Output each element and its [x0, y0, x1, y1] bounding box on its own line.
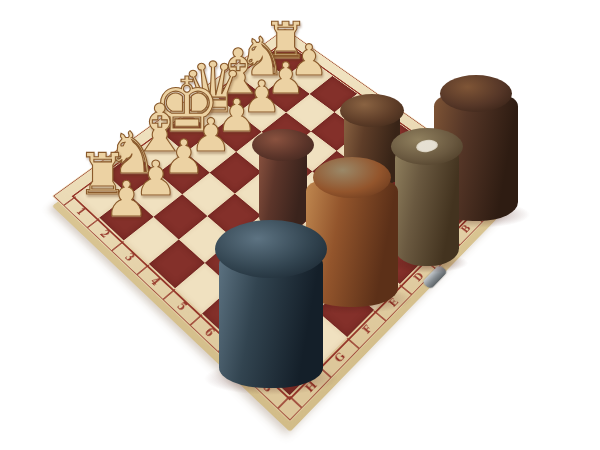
- weight-body: [395, 148, 459, 266]
- chess-vs-weights-photo: 12345678 ABCDEFGH ♜♟♞♟♝♟♛♟♚♟♝♟♞♟♜♟: [0, 0, 600, 450]
- piece-white-pawn-h2[interactable]: ♟: [105, 175, 149, 224]
- weight-cap: [215, 220, 327, 278]
- blue-black-weight[interactable]: [215, 220, 327, 388]
- weight-cap: [340, 94, 404, 127]
- weight-cap: [440, 75, 512, 112]
- maroon-mushroom-weight[interactable]: [252, 129, 314, 229]
- label-weight[interactable]: [391, 128, 463, 266]
- weight-cap: [313, 157, 391, 198]
- weight-cap: [252, 129, 314, 161]
